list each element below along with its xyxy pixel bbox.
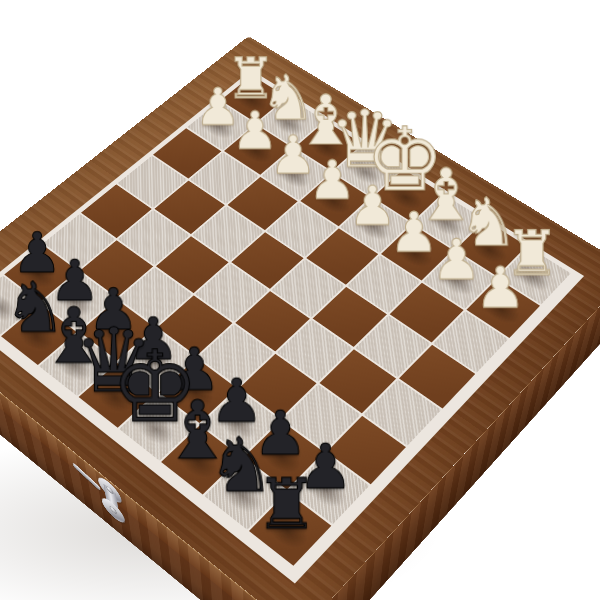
clasp-pin: [73, 462, 101, 491]
white-pawn[interactable]: ♟: [431, 235, 481, 286]
black-rook[interactable]: ♜: [255, 472, 318, 536]
square-h8[interactable]: ♜: [249, 492, 331, 566]
metal-clasp: [91, 467, 132, 536]
square-f4[interactable]: [313, 287, 387, 347]
photo-scene: ♜♞♝♛♚♝♞♜♟♟♟♟♟♟♟♟♟♟♟♟♟♟♟♟♜♞♝♛♚♝♞♜: [0, 0, 600, 600]
white-pawn[interactable]: ♟: [475, 262, 526, 314]
wooden-chess-box: ♜♞♝♛♚♝♞♜♟♟♟♟♟♟♟♟♟♟♟♟♟♟♟♟♜♞♝♛♚♝♞♜: [0, 36, 600, 600]
square-h3[interactable]: [433, 311, 508, 373]
